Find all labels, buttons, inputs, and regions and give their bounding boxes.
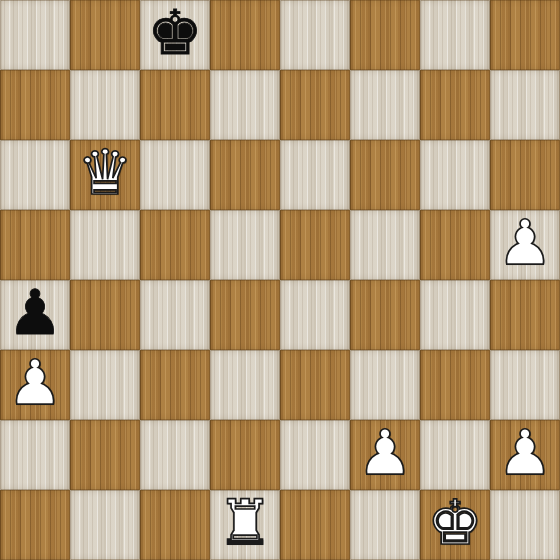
square-b3[interactable]	[70, 350, 140, 420]
square-e4[interactable]	[280, 280, 350, 350]
square-e6[interactable]	[280, 140, 350, 210]
square-e7[interactable]	[280, 70, 350, 140]
square-b7[interactable]	[70, 70, 140, 140]
square-e2[interactable]	[280, 420, 350, 490]
chess-board-window: ♚♛♟♟♟♟♟♜♚	[0, 0, 560, 560]
square-c6[interactable]	[140, 140, 210, 210]
white-pawn[interactable]: ♟	[7, 352, 63, 414]
black-king[interactable]: ♚	[147, 2, 203, 64]
square-g2[interactable]	[420, 420, 490, 490]
square-h4[interactable]	[490, 280, 560, 350]
square-a8[interactable]	[0, 0, 70, 70]
square-d8[interactable]	[210, 0, 280, 70]
square-g3[interactable]	[420, 350, 490, 420]
square-h1[interactable]	[490, 490, 560, 560]
square-b5[interactable]	[70, 210, 140, 280]
chess-board: ♚♛♟♟♟♟♟♜♚	[0, 0, 560, 560]
square-h7[interactable]	[490, 70, 560, 140]
square-h2[interactable]: ♟	[490, 420, 560, 490]
square-f5[interactable]	[350, 210, 420, 280]
square-e5[interactable]	[280, 210, 350, 280]
square-c3[interactable]	[140, 350, 210, 420]
square-c7[interactable]	[140, 70, 210, 140]
square-a4[interactable]: ♟	[0, 280, 70, 350]
square-h3[interactable]	[490, 350, 560, 420]
square-b2[interactable]	[70, 420, 140, 490]
square-h6[interactable]	[490, 140, 560, 210]
square-a1[interactable]	[0, 490, 70, 560]
white-pawn[interactable]: ♟	[497, 422, 553, 484]
white-queen[interactable]: ♛	[77, 142, 133, 204]
square-e1[interactable]	[280, 490, 350, 560]
square-f6[interactable]	[350, 140, 420, 210]
square-a5[interactable]	[0, 210, 70, 280]
square-d2[interactable]	[210, 420, 280, 490]
square-d6[interactable]	[210, 140, 280, 210]
square-h8[interactable]	[490, 0, 560, 70]
white-pawn[interactable]: ♟	[357, 422, 413, 484]
square-g5[interactable]	[420, 210, 490, 280]
square-a2[interactable]	[0, 420, 70, 490]
square-g1[interactable]: ♚	[420, 490, 490, 560]
white-king[interactable]: ♚	[427, 492, 483, 554]
square-f8[interactable]	[350, 0, 420, 70]
square-c5[interactable]	[140, 210, 210, 280]
white-rook[interactable]: ♜	[217, 492, 273, 554]
square-b4[interactable]	[70, 280, 140, 350]
square-f1[interactable]	[350, 490, 420, 560]
square-c2[interactable]	[140, 420, 210, 490]
square-c1[interactable]	[140, 490, 210, 560]
square-f2[interactable]: ♟	[350, 420, 420, 490]
square-g7[interactable]	[420, 70, 490, 140]
square-d4[interactable]	[210, 280, 280, 350]
square-b6[interactable]: ♛	[70, 140, 140, 210]
black-pawn[interactable]: ♟	[7, 282, 63, 344]
square-e3[interactable]	[280, 350, 350, 420]
square-g8[interactable]	[420, 0, 490, 70]
square-d1[interactable]: ♜	[210, 490, 280, 560]
square-g4[interactable]	[420, 280, 490, 350]
square-c8[interactable]: ♚	[140, 0, 210, 70]
square-f4[interactable]	[350, 280, 420, 350]
square-c4[interactable]	[140, 280, 210, 350]
square-f7[interactable]	[350, 70, 420, 140]
square-g6[interactable]	[420, 140, 490, 210]
square-a7[interactable]	[0, 70, 70, 140]
square-e8[interactable]	[280, 0, 350, 70]
square-d5[interactable]	[210, 210, 280, 280]
white-pawn[interactable]: ♟	[497, 212, 553, 274]
square-b8[interactable]	[70, 0, 140, 70]
square-d3[interactable]	[210, 350, 280, 420]
square-b1[interactable]	[70, 490, 140, 560]
square-a6[interactable]	[0, 140, 70, 210]
square-a3[interactable]: ♟	[0, 350, 70, 420]
square-d7[interactable]	[210, 70, 280, 140]
square-h5[interactable]: ♟	[490, 210, 560, 280]
square-f3[interactable]	[350, 350, 420, 420]
